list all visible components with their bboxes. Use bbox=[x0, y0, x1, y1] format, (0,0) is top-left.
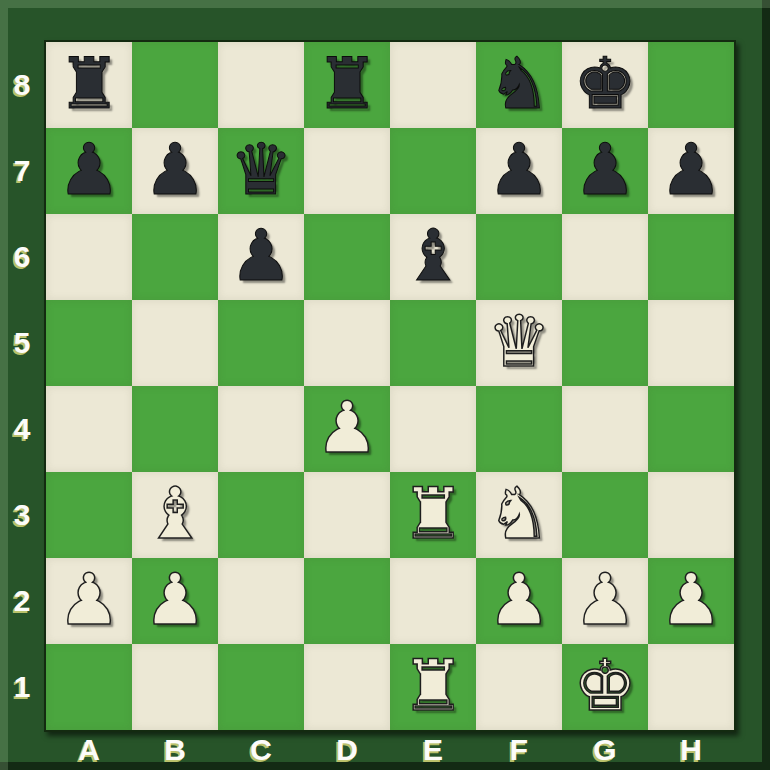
piece-white-rook[interactable]: ♜ bbox=[390, 644, 476, 730]
square-b5[interactable] bbox=[132, 300, 218, 386]
square-g2[interactable]: ♟ bbox=[562, 558, 648, 644]
square-h1[interactable] bbox=[648, 644, 734, 730]
piece-white-queen[interactable]: ♛ bbox=[476, 300, 562, 386]
rank-label-3: 3 bbox=[0, 472, 44, 558]
rank-label-5: 5 bbox=[0, 300, 44, 386]
square-b6[interactable] bbox=[132, 214, 218, 300]
piece-black-pawn[interactable]: ♟ bbox=[562, 128, 648, 214]
board-frame: ♜♜♞♚♟♟♛♟♟♟♟♝♛♟♝♜♞♟♟♟♟♟♜♚ 87654321 ABCDEF… bbox=[0, 0, 770, 770]
piece-black-pawn[interactable]: ♟ bbox=[132, 128, 218, 214]
square-f7[interactable]: ♟ bbox=[476, 128, 562, 214]
square-d8[interactable]: ♜ bbox=[304, 42, 390, 128]
piece-black-pawn[interactable]: ♟ bbox=[46, 128, 132, 214]
piece-black-rook[interactable]: ♜ bbox=[46, 42, 132, 128]
file-label-a: A bbox=[46, 734, 132, 768]
square-c7[interactable]: ♛ bbox=[218, 128, 304, 214]
square-f3[interactable]: ♞ bbox=[476, 472, 562, 558]
file-label-c: C bbox=[218, 734, 304, 768]
piece-white-pawn[interactable]: ♟ bbox=[304, 386, 390, 472]
file-label-g: G bbox=[562, 734, 648, 768]
square-g1[interactable]: ♚ bbox=[562, 644, 648, 730]
square-a5[interactable] bbox=[46, 300, 132, 386]
square-c8[interactable] bbox=[218, 42, 304, 128]
square-c1[interactable] bbox=[218, 644, 304, 730]
chess-board: ♜♜♞♚♟♟♛♟♟♟♟♝♛♟♝♜♞♟♟♟♟♟♜♚ bbox=[44, 40, 736, 732]
square-b2[interactable]: ♟ bbox=[132, 558, 218, 644]
square-g3[interactable] bbox=[562, 472, 648, 558]
square-c3[interactable] bbox=[218, 472, 304, 558]
square-f4[interactable] bbox=[476, 386, 562, 472]
square-b8[interactable] bbox=[132, 42, 218, 128]
square-a6[interactable] bbox=[46, 214, 132, 300]
rank-label-4: 4 bbox=[0, 386, 44, 472]
piece-black-bishop[interactable]: ♝ bbox=[390, 214, 476, 300]
piece-white-pawn[interactable]: ♟ bbox=[132, 558, 218, 644]
square-f5[interactable]: ♛ bbox=[476, 300, 562, 386]
square-a7[interactable]: ♟ bbox=[46, 128, 132, 214]
square-g7[interactable]: ♟ bbox=[562, 128, 648, 214]
square-c4[interactable] bbox=[218, 386, 304, 472]
square-g4[interactable] bbox=[562, 386, 648, 472]
file-label-b: B bbox=[132, 734, 218, 768]
square-c6[interactable]: ♟ bbox=[218, 214, 304, 300]
square-h8[interactable] bbox=[648, 42, 734, 128]
file-label-e: E bbox=[390, 734, 476, 768]
piece-white-bishop[interactable]: ♝ bbox=[132, 472, 218, 558]
square-f8[interactable]: ♞ bbox=[476, 42, 562, 128]
square-a3[interactable] bbox=[46, 472, 132, 558]
square-h4[interactable] bbox=[648, 386, 734, 472]
square-e6[interactable]: ♝ bbox=[390, 214, 476, 300]
piece-white-pawn[interactable]: ♟ bbox=[648, 558, 734, 644]
piece-black-pawn[interactable]: ♟ bbox=[476, 128, 562, 214]
piece-white-king[interactable]: ♚ bbox=[562, 644, 648, 730]
square-h7[interactable]: ♟ bbox=[648, 128, 734, 214]
piece-white-pawn[interactable]: ♟ bbox=[46, 558, 132, 644]
piece-black-knight[interactable]: ♞ bbox=[476, 42, 562, 128]
square-e5[interactable] bbox=[390, 300, 476, 386]
square-e1[interactable]: ♜ bbox=[390, 644, 476, 730]
file-label-f: F bbox=[476, 734, 562, 768]
square-b4[interactable] bbox=[132, 386, 218, 472]
square-g8[interactable]: ♚ bbox=[562, 42, 648, 128]
square-d1[interactable] bbox=[304, 644, 390, 730]
square-f2[interactable]: ♟ bbox=[476, 558, 562, 644]
square-e7[interactable] bbox=[390, 128, 476, 214]
square-h2[interactable]: ♟ bbox=[648, 558, 734, 644]
rank-label-6: 6 bbox=[0, 214, 44, 300]
square-b3[interactable]: ♝ bbox=[132, 472, 218, 558]
rank-label-1: 1 bbox=[0, 644, 44, 730]
square-h6[interactable] bbox=[648, 214, 734, 300]
piece-black-king[interactable]: ♚ bbox=[562, 42, 648, 128]
square-e4[interactable] bbox=[390, 386, 476, 472]
square-e3[interactable]: ♜ bbox=[390, 472, 476, 558]
square-d7[interactable] bbox=[304, 128, 390, 214]
square-a2[interactable]: ♟ bbox=[46, 558, 132, 644]
file-label-h: H bbox=[648, 734, 734, 768]
square-e2[interactable] bbox=[390, 558, 476, 644]
square-a4[interactable] bbox=[46, 386, 132, 472]
piece-black-queen[interactable]: ♛ bbox=[218, 128, 304, 214]
square-d3[interactable] bbox=[304, 472, 390, 558]
piece-white-pawn[interactable]: ♟ bbox=[476, 558, 562, 644]
rank-label-7: 7 bbox=[0, 128, 44, 214]
square-d4[interactable]: ♟ bbox=[304, 386, 390, 472]
square-a8[interactable]: ♜ bbox=[46, 42, 132, 128]
square-h5[interactable] bbox=[648, 300, 734, 386]
square-d2[interactable] bbox=[304, 558, 390, 644]
square-a1[interactable] bbox=[46, 644, 132, 730]
square-g6[interactable] bbox=[562, 214, 648, 300]
piece-white-knight[interactable]: ♞ bbox=[476, 472, 562, 558]
square-d6[interactable] bbox=[304, 214, 390, 300]
square-e8[interactable] bbox=[390, 42, 476, 128]
piece-white-rook[interactable]: ♜ bbox=[390, 472, 476, 558]
square-b7[interactable]: ♟ bbox=[132, 128, 218, 214]
piece-black-pawn[interactable]: ♟ bbox=[648, 128, 734, 214]
square-h3[interactable] bbox=[648, 472, 734, 558]
rank-label-2: 2 bbox=[0, 558, 44, 644]
file-label-d: D bbox=[304, 734, 390, 768]
square-b1[interactable] bbox=[132, 644, 218, 730]
piece-black-rook[interactable]: ♜ bbox=[304, 42, 390, 128]
square-g5[interactable] bbox=[562, 300, 648, 386]
piece-black-pawn[interactable]: ♟ bbox=[218, 214, 304, 300]
rank-label-8: 8 bbox=[0, 42, 44, 128]
square-f6[interactable] bbox=[476, 214, 562, 300]
square-d5[interactable] bbox=[304, 300, 390, 386]
square-f1[interactable] bbox=[476, 644, 562, 730]
square-c2[interactable] bbox=[218, 558, 304, 644]
square-c5[interactable] bbox=[218, 300, 304, 386]
piece-white-pawn[interactable]: ♟ bbox=[562, 558, 648, 644]
